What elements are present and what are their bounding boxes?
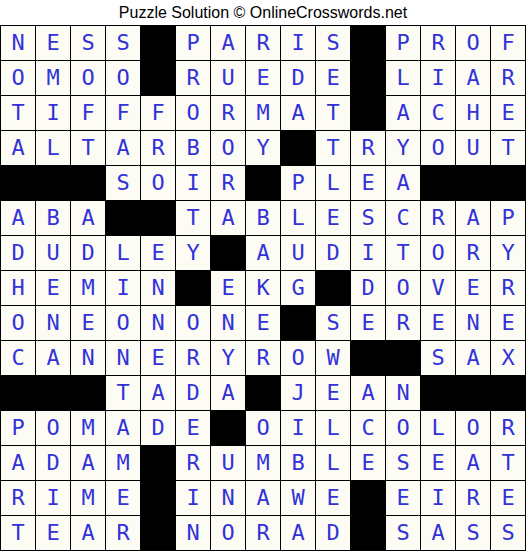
letter-cell: T: [386, 236, 421, 271]
black-cell: [351, 341, 386, 376]
letter-cell: O: [281, 341, 316, 376]
black-cell: [211, 411, 246, 446]
letter-cell: B: [36, 201, 71, 236]
letter-cell: N: [141, 271, 176, 306]
letter-cell: A: [386, 96, 421, 131]
black-cell: [176, 271, 211, 306]
letter-cell: L: [36, 131, 71, 166]
letter-cell: N: [36, 306, 71, 341]
letter-cell: I: [176, 166, 211, 201]
black-cell: [1, 376, 36, 411]
black-cell: [211, 236, 246, 271]
letter-cell: S: [106, 166, 141, 201]
black-cell: [386, 341, 421, 376]
letter-cell: A: [456, 341, 491, 376]
letter-cell: E: [316, 376, 351, 411]
letter-cell: T: [176, 201, 211, 236]
letter-cell: T: [106, 376, 141, 411]
letter-cell: A: [211, 26, 246, 61]
letter-cell: A: [71, 516, 106, 551]
letter-cell: D: [71, 236, 106, 271]
letter-cell: N: [211, 306, 246, 341]
letter-cell: I: [421, 481, 456, 516]
letter-cell: D: [36, 446, 71, 481]
letter-cell: A: [141, 376, 176, 411]
letter-cell: I: [351, 236, 386, 271]
letter-cell: N: [211, 481, 246, 516]
letter-cell: A: [421, 516, 456, 551]
letter-cell: E: [71, 306, 106, 341]
letter-cell: M: [71, 411, 106, 446]
letter-cell: C: [351, 411, 386, 446]
letter-cell: N: [176, 516, 211, 551]
letter-cell: V: [421, 271, 456, 306]
black-cell: [141, 481, 176, 516]
letter-cell: E: [456, 271, 491, 306]
letter-cell: D: [141, 411, 176, 446]
letter-cell: E: [351, 446, 386, 481]
letter-cell: L: [316, 411, 351, 446]
black-cell: [281, 131, 316, 166]
letter-cell: A: [1, 131, 36, 166]
letter-cell: A: [456, 446, 491, 481]
letter-cell: G: [281, 271, 316, 306]
letter-cell: E: [246, 306, 281, 341]
letter-cell: O: [106, 306, 141, 341]
letter-cell: E: [351, 166, 386, 201]
letter-cell: S: [421, 341, 456, 376]
letter-cell: P: [176, 26, 211, 61]
black-cell: [491, 166, 526, 201]
letter-cell: R: [176, 61, 211, 96]
letter-cell: L: [421, 411, 456, 446]
page-title: Puzzle Solution © OnlineCrosswords.net: [0, 0, 526, 25]
letter-cell: M: [246, 446, 281, 481]
letter-cell: N: [386, 376, 421, 411]
letter-cell: M: [36, 61, 71, 96]
black-cell: [421, 166, 456, 201]
letter-cell: C: [421, 96, 456, 131]
letter-cell: L: [386, 61, 421, 96]
letter-cell: I: [36, 96, 71, 131]
letter-cell: E: [141, 341, 176, 376]
letter-cell: I: [281, 411, 316, 446]
letter-cell: I: [176, 481, 211, 516]
letter-cell: R: [421, 201, 456, 236]
letter-cell: A: [246, 236, 281, 271]
black-cell: [246, 166, 281, 201]
letter-cell: E: [176, 411, 211, 446]
letter-cell: D: [351, 271, 386, 306]
letter-cell: T: [316, 131, 351, 166]
letter-cell: R: [351, 131, 386, 166]
letter-cell: N: [71, 341, 106, 376]
letter-cell: S: [106, 26, 141, 61]
letter-cell: E: [316, 481, 351, 516]
black-cell: [281, 306, 316, 341]
letter-cell: N: [106, 341, 141, 376]
letter-cell: E: [36, 516, 71, 551]
black-cell: [246, 376, 281, 411]
letter-cell: I: [281, 26, 316, 61]
letter-cell: L: [316, 446, 351, 481]
letter-cell: O: [1, 306, 36, 341]
black-cell: [71, 376, 106, 411]
letter-cell: A: [71, 201, 106, 236]
letter-cell: S: [456, 516, 491, 551]
letter-cell: R: [491, 271, 526, 306]
letter-cell: O: [246, 411, 281, 446]
letter-cell: R: [211, 166, 246, 201]
letter-cell: F: [106, 96, 141, 131]
letter-cell: U: [211, 446, 246, 481]
letter-cell: D: [1, 236, 36, 271]
letter-cell: E: [141, 236, 176, 271]
letter-cell: O: [36, 411, 71, 446]
letter-cell: E: [316, 61, 351, 96]
letter-cell: P: [386, 26, 421, 61]
letter-cell: X: [491, 341, 526, 376]
black-cell: [456, 166, 491, 201]
letter-cell: L: [316, 166, 351, 201]
letter-cell: S: [386, 446, 421, 481]
letter-cell: M: [71, 271, 106, 306]
letter-cell: F: [491, 26, 526, 61]
letter-cell: S: [491, 516, 526, 551]
crossword-grid: NESSPARISPROFOMOORUEDELIARTIFFFORMATACHE…: [0, 25, 526, 551]
letter-cell: O: [71, 61, 106, 96]
letter-cell: R: [106, 516, 141, 551]
letter-cell: B: [246, 201, 281, 236]
letter-cell: R: [246, 26, 281, 61]
letter-cell: A: [211, 201, 246, 236]
letter-cell: R: [141, 131, 176, 166]
black-cell: [141, 446, 176, 481]
black-cell: [351, 481, 386, 516]
letter-cell: F: [71, 96, 106, 131]
letter-cell: E: [491, 306, 526, 341]
black-cell: [456, 376, 491, 411]
letter-cell: O: [386, 411, 421, 446]
letter-cell: T: [316, 96, 351, 131]
letter-cell: J: [281, 376, 316, 411]
letter-cell: A: [36, 341, 71, 376]
black-cell: [141, 201, 176, 236]
letter-cell: E: [386, 481, 421, 516]
black-cell: [141, 61, 176, 96]
letter-cell: R: [176, 341, 211, 376]
letter-cell: E: [491, 481, 526, 516]
letter-cell: N: [1, 26, 36, 61]
letter-cell: O: [386, 271, 421, 306]
letter-cell: O: [1, 61, 36, 96]
letter-cell: N: [141, 306, 176, 341]
letter-cell: O: [106, 61, 141, 96]
letter-cell: S: [351, 201, 386, 236]
letter-cell: F: [141, 96, 176, 131]
letter-cell: E: [351, 306, 386, 341]
letter-cell: A: [1, 446, 36, 481]
letter-cell: E: [421, 446, 456, 481]
letter-cell: O: [211, 516, 246, 551]
letter-cell: R: [246, 516, 281, 551]
letter-cell: K: [246, 271, 281, 306]
letter-cell: S: [316, 26, 351, 61]
letter-cell: O: [211, 131, 246, 166]
letter-cell: E: [421, 306, 456, 341]
letter-cell: R: [491, 61, 526, 96]
black-cell: [351, 26, 386, 61]
letter-cell: R: [491, 411, 526, 446]
black-cell: [141, 26, 176, 61]
letter-cell: N: [456, 306, 491, 341]
letter-cell: A: [1, 201, 36, 236]
letter-cell: A: [456, 61, 491, 96]
letter-cell: I: [36, 481, 71, 516]
letter-cell: I: [421, 61, 456, 96]
letter-cell: W: [281, 481, 316, 516]
black-cell: [421, 376, 456, 411]
letter-cell: T: [1, 96, 36, 131]
letter-cell: E: [106, 481, 141, 516]
black-cell: [351, 61, 386, 96]
letter-cell: C: [1, 341, 36, 376]
letter-cell: U: [211, 61, 246, 96]
letter-cell: D: [176, 376, 211, 411]
letter-cell: M: [106, 446, 141, 481]
letter-cell: I: [106, 271, 141, 306]
letter-cell: Y: [176, 236, 211, 271]
letter-cell: H: [456, 96, 491, 131]
letter-cell: A: [211, 376, 246, 411]
letter-cell: L: [281, 201, 316, 236]
letter-cell: P: [281, 166, 316, 201]
letter-cell: T: [1, 516, 36, 551]
letter-cell: P: [1, 411, 36, 446]
letter-cell: Y: [491, 236, 526, 271]
letter-cell: Y: [386, 131, 421, 166]
letter-cell: D: [281, 61, 316, 96]
letter-cell: C: [386, 201, 421, 236]
letter-cell: W: [316, 341, 351, 376]
letter-cell: R: [421, 26, 456, 61]
letter-cell: H: [1, 271, 36, 306]
letter-cell: A: [456, 201, 491, 236]
letter-cell: O: [456, 411, 491, 446]
letter-cell: U: [281, 236, 316, 271]
black-cell: [36, 376, 71, 411]
letter-cell: R: [456, 481, 491, 516]
black-cell: [36, 166, 71, 201]
black-cell: [351, 96, 386, 131]
letter-cell: O: [421, 131, 456, 166]
letter-cell: R: [176, 446, 211, 481]
letter-cell: O: [456, 26, 491, 61]
letter-cell: A: [351, 376, 386, 411]
letter-cell: T: [491, 446, 526, 481]
letter-cell: D: [316, 236, 351, 271]
letter-cell: Y: [211, 341, 246, 376]
letter-cell: U: [36, 236, 71, 271]
letter-cell: M: [246, 96, 281, 131]
letter-cell: M: [71, 481, 106, 516]
letter-cell: A: [106, 131, 141, 166]
letter-cell: L: [106, 236, 141, 271]
letter-cell: O: [176, 306, 211, 341]
letter-cell: A: [106, 411, 141, 446]
letter-cell: E: [246, 61, 281, 96]
letter-cell: E: [491, 96, 526, 131]
letter-cell: A: [281, 96, 316, 131]
letter-cell: O: [421, 236, 456, 271]
black-cell: [1, 166, 36, 201]
letter-cell: E: [36, 271, 71, 306]
letter-cell: T: [491, 131, 526, 166]
black-cell: [351, 516, 386, 551]
letter-cell: B: [281, 446, 316, 481]
black-cell: [316, 271, 351, 306]
letter-cell: R: [386, 306, 421, 341]
black-cell: [491, 376, 526, 411]
letter-cell: T: [71, 131, 106, 166]
letter-cell: R: [246, 341, 281, 376]
letter-cell: S: [386, 516, 421, 551]
letter-cell: Y: [246, 131, 281, 166]
letter-cell: E: [211, 271, 246, 306]
letter-cell: S: [71, 26, 106, 61]
letter-cell: O: [176, 96, 211, 131]
black-cell: [141, 516, 176, 551]
black-cell: [106, 201, 141, 236]
black-cell: [71, 166, 106, 201]
letter-cell: U: [456, 131, 491, 166]
letter-cell: R: [1, 481, 36, 516]
letter-cell: E: [316, 201, 351, 236]
letter-cell: E: [36, 26, 71, 61]
letter-cell: R: [211, 96, 246, 131]
letter-cell: A: [246, 481, 281, 516]
letter-cell: O: [141, 166, 176, 201]
letter-cell: P: [491, 201, 526, 236]
letter-cell: R: [456, 236, 491, 271]
letter-cell: D: [316, 516, 351, 551]
letter-cell: A: [71, 446, 106, 481]
letter-cell: A: [281, 516, 316, 551]
letter-cell: B: [176, 131, 211, 166]
letter-cell: A: [386, 166, 421, 201]
letter-cell: S: [316, 306, 351, 341]
